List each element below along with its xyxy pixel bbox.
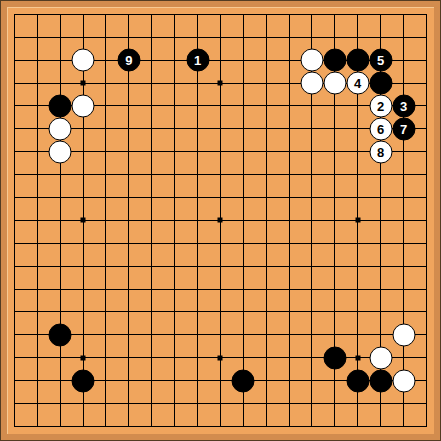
intersection-H1[interactable] xyxy=(163,415,186,438)
intersection-R5[interactable] xyxy=(369,323,392,346)
intersection-D6[interactable] xyxy=(72,301,95,324)
intersection-B6[interactable] xyxy=(26,301,49,324)
intersection-J2[interactable] xyxy=(186,392,209,415)
intersection-E1[interactable] xyxy=(95,415,118,438)
intersection-N6[interactable] xyxy=(278,301,301,324)
intersection-R14[interactable]: 6 xyxy=(369,117,392,140)
intersection-F10[interactable] xyxy=(117,209,140,232)
intersection-J5[interactable] xyxy=(186,323,209,346)
intersection-R6[interactable] xyxy=(369,301,392,324)
intersection-D15[interactable] xyxy=(72,95,95,118)
intersection-M5[interactable] xyxy=(255,323,278,346)
intersection-G18[interactable] xyxy=(140,26,163,49)
intersection-R15[interactable]: 2 xyxy=(369,95,392,118)
intersection-M14[interactable] xyxy=(255,117,278,140)
intersection-F17[interactable]: 9 xyxy=(117,49,140,72)
intersection-K10[interactable] xyxy=(209,209,232,232)
intersection-D4[interactable] xyxy=(72,346,95,369)
intersection-N19[interactable] xyxy=(278,3,301,26)
intersection-A13[interactable] xyxy=(3,140,26,163)
white-stone-move-8[interactable]: 8 xyxy=(369,140,392,163)
intersection-F2[interactable] xyxy=(117,392,140,415)
intersection-Q7[interactable] xyxy=(346,278,369,301)
intersection-T10[interactable] xyxy=(415,209,438,232)
intersection-E13[interactable] xyxy=(95,140,118,163)
intersection-J19[interactable] xyxy=(186,3,209,26)
intersection-D5[interactable] xyxy=(72,323,95,346)
intersection-L19[interactable] xyxy=(232,3,255,26)
intersection-E14[interactable] xyxy=(95,117,118,140)
intersection-Q14[interactable] xyxy=(346,117,369,140)
intersection-R17[interactable]: 5 xyxy=(369,49,392,72)
black-stone-move-1[interactable]: 1 xyxy=(186,49,209,72)
intersection-G16[interactable] xyxy=(140,72,163,95)
intersection-L7[interactable] xyxy=(232,278,255,301)
intersection-Q11[interactable] xyxy=(346,186,369,209)
intersection-C12[interactable] xyxy=(49,163,72,186)
intersection-M17[interactable] xyxy=(255,49,278,72)
intersection-C1[interactable] xyxy=(49,415,72,438)
black-stone[interactable] xyxy=(369,369,392,392)
intersection-R10[interactable] xyxy=(369,209,392,232)
intersection-S10[interactable] xyxy=(392,209,415,232)
black-stone[interactable] xyxy=(72,369,95,392)
intersection-R8[interactable] xyxy=(369,255,392,278)
intersection-H14[interactable] xyxy=(163,117,186,140)
intersection-P14[interactable] xyxy=(323,117,346,140)
intersection-G7[interactable] xyxy=(140,278,163,301)
intersection-T8[interactable] xyxy=(415,255,438,278)
intersection-R19[interactable] xyxy=(369,3,392,26)
intersection-L16[interactable] xyxy=(232,72,255,95)
intersection-S4[interactable] xyxy=(392,346,415,369)
intersection-G3[interactable] xyxy=(140,369,163,392)
intersection-L17[interactable] xyxy=(232,49,255,72)
intersection-Q4[interactable] xyxy=(346,346,369,369)
intersection-D16[interactable] xyxy=(72,72,95,95)
intersection-J14[interactable] xyxy=(186,117,209,140)
intersection-P7[interactable] xyxy=(323,278,346,301)
intersection-J18[interactable] xyxy=(186,26,209,49)
white-stone[interactable] xyxy=(392,323,415,346)
intersection-A9[interactable] xyxy=(3,232,26,255)
intersection-N15[interactable] xyxy=(278,95,301,118)
intersection-M12[interactable] xyxy=(255,163,278,186)
intersection-M8[interactable] xyxy=(255,255,278,278)
black-stone[interactable] xyxy=(232,369,255,392)
intersection-M7[interactable] xyxy=(255,278,278,301)
intersection-B14[interactable] xyxy=(26,117,49,140)
intersection-E3[interactable] xyxy=(95,369,118,392)
intersection-K5[interactable] xyxy=(209,323,232,346)
intersection-H19[interactable] xyxy=(163,3,186,26)
intersection-F13[interactable] xyxy=(117,140,140,163)
black-stone-move-5[interactable]: 5 xyxy=(369,49,392,72)
intersection-J4[interactable] xyxy=(186,346,209,369)
intersection-N3[interactable] xyxy=(278,369,301,392)
intersection-O1[interactable] xyxy=(301,415,324,438)
intersection-M2[interactable] xyxy=(255,392,278,415)
intersection-D7[interactable] xyxy=(72,278,95,301)
black-stone[interactable] xyxy=(323,346,346,369)
intersection-F14[interactable] xyxy=(117,117,140,140)
intersection-R7[interactable] xyxy=(369,278,392,301)
intersection-K7[interactable] xyxy=(209,278,232,301)
intersection-T4[interactable] xyxy=(415,346,438,369)
intersection-S8[interactable] xyxy=(392,255,415,278)
intersection-T15[interactable] xyxy=(415,95,438,118)
intersection-G17[interactable] xyxy=(140,49,163,72)
intersection-G8[interactable] xyxy=(140,255,163,278)
intersection-T18[interactable] xyxy=(415,26,438,49)
intersection-G9[interactable] xyxy=(140,232,163,255)
intersection-R11[interactable] xyxy=(369,186,392,209)
intersection-N11[interactable] xyxy=(278,186,301,209)
intersection-S2[interactable] xyxy=(392,392,415,415)
intersection-E5[interactable] xyxy=(95,323,118,346)
intersection-G2[interactable] xyxy=(140,392,163,415)
black-stone[interactable] xyxy=(49,323,72,346)
intersection-A12[interactable] xyxy=(3,163,26,186)
intersection-K4[interactable] xyxy=(209,346,232,369)
intersection-G11[interactable] xyxy=(140,186,163,209)
intersection-O3[interactable] xyxy=(301,369,324,392)
intersection-O17[interactable] xyxy=(301,49,324,72)
intersection-Q5[interactable] xyxy=(346,323,369,346)
intersection-A5[interactable] xyxy=(3,323,26,346)
intersection-B11[interactable] xyxy=(26,186,49,209)
intersection-Q17[interactable] xyxy=(346,49,369,72)
intersection-Q15[interactable] xyxy=(346,95,369,118)
intersection-J7[interactable] xyxy=(186,278,209,301)
intersection-J6[interactable] xyxy=(186,301,209,324)
intersection-T5[interactable] xyxy=(415,323,438,346)
intersection-B13[interactable] xyxy=(26,140,49,163)
intersection-S1[interactable] xyxy=(392,415,415,438)
intersection-L9[interactable] xyxy=(232,232,255,255)
intersection-N18[interactable] xyxy=(278,26,301,49)
intersection-C2[interactable] xyxy=(49,392,72,415)
intersection-P18[interactable] xyxy=(323,26,346,49)
intersection-O16[interactable] xyxy=(301,72,324,95)
intersection-D1[interactable] xyxy=(72,415,95,438)
intersection-M16[interactable] xyxy=(255,72,278,95)
intersection-O18[interactable] xyxy=(301,26,324,49)
intersection-M10[interactable] xyxy=(255,209,278,232)
intersection-N12[interactable] xyxy=(278,163,301,186)
intersection-N10[interactable] xyxy=(278,209,301,232)
black-stone-move-7[interactable]: 7 xyxy=(392,117,415,140)
intersection-P12[interactable] xyxy=(323,163,346,186)
intersection-K3[interactable] xyxy=(209,369,232,392)
intersection-D13[interactable] xyxy=(72,140,95,163)
intersection-B12[interactable] xyxy=(26,163,49,186)
black-stone-move-9[interactable]: 9 xyxy=(117,49,140,72)
intersection-D10[interactable] xyxy=(72,209,95,232)
intersection-H18[interactable] xyxy=(163,26,186,49)
intersection-L1[interactable] xyxy=(232,415,255,438)
black-stone[interactable] xyxy=(49,94,72,117)
intersection-T16[interactable] xyxy=(415,72,438,95)
intersection-A11[interactable] xyxy=(3,186,26,209)
intersection-R3[interactable] xyxy=(369,369,392,392)
intersection-K19[interactable] xyxy=(209,3,232,26)
intersection-B17[interactable] xyxy=(26,49,49,72)
intersection-D17[interactable] xyxy=(72,49,95,72)
intersection-B7[interactable] xyxy=(26,278,49,301)
intersection-E4[interactable] xyxy=(95,346,118,369)
intersection-H11[interactable] xyxy=(163,186,186,209)
intersection-N4[interactable] xyxy=(278,346,301,369)
intersection-S7[interactable] xyxy=(392,278,415,301)
intersection-P9[interactable] xyxy=(323,232,346,255)
intersection-C18[interactable] xyxy=(49,26,72,49)
intersection-H7[interactable] xyxy=(163,278,186,301)
intersection-E10[interactable] xyxy=(95,209,118,232)
intersection-S19[interactable] xyxy=(392,3,415,26)
intersection-N17[interactable] xyxy=(278,49,301,72)
intersection-H8[interactable] xyxy=(163,255,186,278)
intersection-T6[interactable] xyxy=(415,301,438,324)
intersection-C16[interactable] xyxy=(49,72,72,95)
intersection-D9[interactable] xyxy=(72,232,95,255)
intersection-M3[interactable] xyxy=(255,369,278,392)
white-stone-move-4[interactable]: 4 xyxy=(346,72,369,95)
intersection-D8[interactable] xyxy=(72,255,95,278)
intersection-A2[interactable] xyxy=(3,392,26,415)
intersection-P17[interactable] xyxy=(323,49,346,72)
white-stone-move-6[interactable]: 6 xyxy=(369,117,392,140)
intersection-S14[interactable]: 7 xyxy=(392,117,415,140)
intersection-A3[interactable] xyxy=(3,369,26,392)
intersection-P4[interactable] xyxy=(323,346,346,369)
intersection-A14[interactable] xyxy=(3,117,26,140)
intersection-R13[interactable]: 8 xyxy=(369,140,392,163)
intersection-A19[interactable] xyxy=(3,3,26,26)
intersection-B10[interactable] xyxy=(26,209,49,232)
intersection-L3[interactable] xyxy=(232,369,255,392)
intersection-J11[interactable] xyxy=(186,186,209,209)
intersection-K13[interactable] xyxy=(209,140,232,163)
intersection-T17[interactable] xyxy=(415,49,438,72)
intersection-D12[interactable] xyxy=(72,163,95,186)
intersection-C4[interactable] xyxy=(49,346,72,369)
intersection-P6[interactable] xyxy=(323,301,346,324)
intersection-K11[interactable] xyxy=(209,186,232,209)
intersection-A8[interactable] xyxy=(3,255,26,278)
intersection-E9[interactable] xyxy=(95,232,118,255)
intersection-P10[interactable] xyxy=(323,209,346,232)
intersection-S11[interactable] xyxy=(392,186,415,209)
intersection-D11[interactable] xyxy=(72,186,95,209)
intersection-H12[interactable] xyxy=(163,163,186,186)
intersection-H3[interactable] xyxy=(163,369,186,392)
intersection-O10[interactable] xyxy=(301,209,324,232)
intersection-R4[interactable] xyxy=(369,346,392,369)
intersection-P5[interactable] xyxy=(323,323,346,346)
intersection-B4[interactable] xyxy=(26,346,49,369)
white-stone[interactable] xyxy=(323,72,346,95)
intersection-H15[interactable] xyxy=(163,95,186,118)
intersection-S3[interactable] xyxy=(392,369,415,392)
intersection-F3[interactable] xyxy=(117,369,140,392)
intersection-B19[interactable] xyxy=(26,3,49,26)
intersection-T7[interactable] xyxy=(415,278,438,301)
intersection-B8[interactable] xyxy=(26,255,49,278)
intersection-G4[interactable] xyxy=(140,346,163,369)
intersection-A4[interactable] xyxy=(3,346,26,369)
intersection-G12[interactable] xyxy=(140,163,163,186)
intersection-O8[interactable] xyxy=(301,255,324,278)
black-stone[interactable] xyxy=(323,49,346,72)
intersection-K17[interactable] xyxy=(209,49,232,72)
intersection-C11[interactable] xyxy=(49,186,72,209)
intersection-C10[interactable] xyxy=(49,209,72,232)
white-stone[interactable] xyxy=(392,369,415,392)
intersection-L10[interactable] xyxy=(232,209,255,232)
intersection-C8[interactable] xyxy=(49,255,72,278)
intersection-D14[interactable] xyxy=(72,117,95,140)
intersection-H10[interactable] xyxy=(163,209,186,232)
intersection-L13[interactable] xyxy=(232,140,255,163)
intersection-L14[interactable] xyxy=(232,117,255,140)
black-stone[interactable] xyxy=(346,369,369,392)
intersection-N1[interactable] xyxy=(278,415,301,438)
intersection-J13[interactable] xyxy=(186,140,209,163)
intersection-P1[interactable] xyxy=(323,415,346,438)
intersection-F15[interactable] xyxy=(117,95,140,118)
intersection-E11[interactable] xyxy=(95,186,118,209)
intersection-O14[interactable] xyxy=(301,117,324,140)
white-stone-move-2[interactable]: 2 xyxy=(369,94,392,117)
intersection-R18[interactable] xyxy=(369,26,392,49)
intersection-N7[interactable] xyxy=(278,278,301,301)
intersection-O7[interactable] xyxy=(301,278,324,301)
intersection-N14[interactable] xyxy=(278,117,301,140)
intersection-M6[interactable] xyxy=(255,301,278,324)
black-stone[interactable] xyxy=(369,72,392,95)
intersection-Q10[interactable] xyxy=(346,209,369,232)
white-stone[interactable] xyxy=(72,94,95,117)
intersection-F5[interactable] xyxy=(117,323,140,346)
intersection-H9[interactable] xyxy=(163,232,186,255)
intersection-S12[interactable] xyxy=(392,163,415,186)
intersection-J10[interactable] xyxy=(186,209,209,232)
intersection-P19[interactable] xyxy=(323,3,346,26)
intersection-P15[interactable] xyxy=(323,95,346,118)
intersection-E17[interactable] xyxy=(95,49,118,72)
intersection-K8[interactable] xyxy=(209,255,232,278)
intersection-M1[interactable] xyxy=(255,415,278,438)
intersection-L18[interactable] xyxy=(232,26,255,49)
intersection-L8[interactable] xyxy=(232,255,255,278)
intersection-P13[interactable] xyxy=(323,140,346,163)
intersection-F18[interactable] xyxy=(117,26,140,49)
intersection-L6[interactable] xyxy=(232,301,255,324)
intersection-M18[interactable] xyxy=(255,26,278,49)
intersection-O12[interactable] xyxy=(301,163,324,186)
intersection-E15[interactable] xyxy=(95,95,118,118)
intersection-B3[interactable] xyxy=(26,369,49,392)
intersection-C9[interactable] xyxy=(49,232,72,255)
intersection-P3[interactable] xyxy=(323,369,346,392)
intersection-F6[interactable] xyxy=(117,301,140,324)
intersection-O6[interactable] xyxy=(301,301,324,324)
intersection-K15[interactable] xyxy=(209,95,232,118)
intersection-L11[interactable] xyxy=(232,186,255,209)
intersection-R16[interactable] xyxy=(369,72,392,95)
black-stone[interactable] xyxy=(346,49,369,72)
intersection-O2[interactable] xyxy=(301,392,324,415)
intersection-O5[interactable] xyxy=(301,323,324,346)
intersection-H2[interactable] xyxy=(163,392,186,415)
intersection-B15[interactable] xyxy=(26,95,49,118)
intersection-S17[interactable] xyxy=(392,49,415,72)
intersection-H13[interactable] xyxy=(163,140,186,163)
intersection-A1[interactable] xyxy=(3,415,26,438)
intersection-K18[interactable] xyxy=(209,26,232,49)
intersection-Q3[interactable] xyxy=(346,369,369,392)
intersection-D2[interactable] xyxy=(72,392,95,415)
intersection-T1[interactable] xyxy=(415,415,438,438)
intersection-A6[interactable] xyxy=(3,301,26,324)
intersection-T19[interactable] xyxy=(415,3,438,26)
intersection-E16[interactable] xyxy=(95,72,118,95)
intersection-L4[interactable] xyxy=(232,346,255,369)
intersection-G10[interactable] xyxy=(140,209,163,232)
intersection-M13[interactable] xyxy=(255,140,278,163)
intersection-K2[interactable] xyxy=(209,392,232,415)
intersection-E7[interactable] xyxy=(95,278,118,301)
white-stone[interactable] xyxy=(300,49,323,72)
intersection-S5[interactable] xyxy=(392,323,415,346)
intersection-Q9[interactable] xyxy=(346,232,369,255)
intersection-J9[interactable] xyxy=(186,232,209,255)
intersection-Q6[interactable] xyxy=(346,301,369,324)
intersection-E12[interactable] xyxy=(95,163,118,186)
intersection-D18[interactable] xyxy=(72,26,95,49)
intersection-H4[interactable] xyxy=(163,346,186,369)
intersection-F4[interactable] xyxy=(117,346,140,369)
intersection-H6[interactable] xyxy=(163,301,186,324)
intersection-O11[interactable] xyxy=(301,186,324,209)
intersection-T11[interactable] xyxy=(415,186,438,209)
intersection-Q13[interactable] xyxy=(346,140,369,163)
intersection-S6[interactable] xyxy=(392,301,415,324)
intersection-R9[interactable] xyxy=(369,232,392,255)
intersection-N2[interactable] xyxy=(278,392,301,415)
intersection-B9[interactable] xyxy=(26,232,49,255)
intersection-A18[interactable] xyxy=(3,26,26,49)
intersection-L2[interactable] xyxy=(232,392,255,415)
intersection-J16[interactable] xyxy=(186,72,209,95)
intersection-E19[interactable] xyxy=(95,3,118,26)
intersection-N9[interactable] xyxy=(278,232,301,255)
intersection-J15[interactable] xyxy=(186,95,209,118)
intersection-S16[interactable] xyxy=(392,72,415,95)
intersection-Q16[interactable]: 4 xyxy=(346,72,369,95)
intersection-J17[interactable]: 1 xyxy=(186,49,209,72)
intersection-G19[interactable] xyxy=(140,3,163,26)
intersection-H5[interactable] xyxy=(163,323,186,346)
intersection-B1[interactable] xyxy=(26,415,49,438)
intersection-O19[interactable] xyxy=(301,3,324,26)
white-stone[interactable] xyxy=(49,117,72,140)
intersection-O9[interactable] xyxy=(301,232,324,255)
intersection-B18[interactable] xyxy=(26,26,49,49)
intersection-Q1[interactable] xyxy=(346,415,369,438)
intersection-R2[interactable] xyxy=(369,392,392,415)
